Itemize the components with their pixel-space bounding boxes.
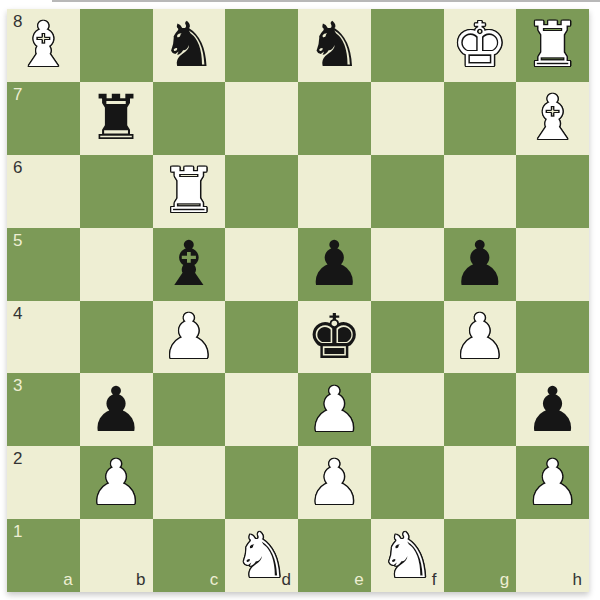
square-a5[interactable]: 5 xyxy=(7,228,80,301)
piece-white-bishop[interactable]: ♝ xyxy=(16,14,72,76)
piece-black-king[interactable]: ♚ xyxy=(307,306,363,368)
square-e1[interactable]: e xyxy=(298,519,371,592)
piece-white-king[interactable]: ♚ xyxy=(452,14,508,76)
square-a6[interactable]: 6 xyxy=(7,155,80,228)
square-h2[interactable]: ♟ xyxy=(516,446,589,519)
square-c1[interactable]: c xyxy=(153,519,226,592)
square-c6[interactable]: ♜ xyxy=(153,155,226,228)
piece-white-pawn[interactable]: ♟ xyxy=(88,452,144,514)
square-e3[interactable]: ♟ xyxy=(298,373,371,446)
rank-label-5: 5 xyxy=(13,232,22,249)
square-d4[interactable] xyxy=(225,301,298,374)
square-d1[interactable]: d♞ xyxy=(225,519,298,592)
square-c8[interactable]: ♞ xyxy=(153,9,226,82)
square-g2[interactable] xyxy=(444,446,517,519)
file-label-e: e xyxy=(354,571,363,588)
piece-black-knight[interactable]: ♞ xyxy=(307,14,363,76)
piece-white-rook[interactable]: ♜ xyxy=(161,160,217,222)
square-e2[interactable]: ♟ xyxy=(298,446,371,519)
square-h6[interactable] xyxy=(516,155,589,228)
square-h5[interactable] xyxy=(516,228,589,301)
piece-black-knight[interactable]: ♞ xyxy=(161,14,217,76)
square-f5[interactable] xyxy=(371,228,444,301)
square-a2[interactable]: 2 xyxy=(7,446,80,519)
piece-white-bishop[interactable]: ♝ xyxy=(525,87,581,149)
square-f7[interactable] xyxy=(371,82,444,155)
rank-label-3: 3 xyxy=(13,377,22,394)
piece-white-knight[interactable]: ♞ xyxy=(234,525,290,587)
piece-white-pawn[interactable]: ♟ xyxy=(307,379,363,441)
square-g3[interactable] xyxy=(444,373,517,446)
square-d8[interactable] xyxy=(225,9,298,82)
square-f8[interactable] xyxy=(371,9,444,82)
file-label-h: h xyxy=(573,571,582,588)
rank-label-2: 2 xyxy=(13,450,22,467)
piece-white-pawn[interactable]: ♟ xyxy=(161,306,217,368)
square-a8[interactable]: 8♝ xyxy=(7,9,80,82)
chess-board: 8♝♞♞♚♜7♜♝6♜5♝♟♟4♟♚♟3♟♟♟2♟♟♟1abcd♞ef♞gh xyxy=(7,9,589,592)
rank-label-7: 7 xyxy=(13,86,22,103)
piece-white-pawn[interactable]: ♟ xyxy=(452,306,508,368)
square-b1[interactable]: b xyxy=(80,519,153,592)
piece-black-bishop[interactable]: ♝ xyxy=(161,233,217,295)
square-a3[interactable]: 3 xyxy=(7,373,80,446)
square-h4[interactable] xyxy=(516,301,589,374)
square-a4[interactable]: 4 xyxy=(7,301,80,374)
square-d7[interactable] xyxy=(225,82,298,155)
square-b2[interactable]: ♟ xyxy=(80,446,153,519)
square-c7[interactable] xyxy=(153,82,226,155)
square-d2[interactable] xyxy=(225,446,298,519)
file-label-b: b xyxy=(136,571,145,588)
square-d3[interactable] xyxy=(225,373,298,446)
rank-label-6: 6 xyxy=(13,159,22,176)
file-label-c: c xyxy=(210,571,219,588)
square-e8[interactable]: ♞ xyxy=(298,9,371,82)
piece-white-pawn[interactable]: ♟ xyxy=(307,452,363,514)
square-c5[interactable]: ♝ xyxy=(153,228,226,301)
square-g7[interactable] xyxy=(444,82,517,155)
top-divider xyxy=(52,0,600,2)
square-h1[interactable]: h xyxy=(516,519,589,592)
square-c4[interactable]: ♟ xyxy=(153,301,226,374)
file-label-a: a xyxy=(63,571,72,588)
square-e4[interactable]: ♚ xyxy=(298,301,371,374)
square-b8[interactable] xyxy=(80,9,153,82)
square-b5[interactable] xyxy=(80,228,153,301)
square-f6[interactable] xyxy=(371,155,444,228)
square-d6[interactable] xyxy=(225,155,298,228)
square-d5[interactable] xyxy=(225,228,298,301)
square-b7[interactable]: ♜ xyxy=(80,82,153,155)
square-a7[interactable]: 7 xyxy=(7,82,80,155)
square-g1[interactable]: g xyxy=(444,519,517,592)
square-c2[interactable] xyxy=(153,446,226,519)
page: 8♝♞♞♚♜7♜♝6♜5♝♟♟4♟♚♟3♟♟♟2♟♟♟1abcd♞ef♞gh xyxy=(0,0,600,600)
rank-label-4: 4 xyxy=(13,305,22,322)
square-b6[interactable] xyxy=(80,155,153,228)
piece-black-rook[interactable]: ♜ xyxy=(88,87,144,149)
piece-black-pawn[interactable]: ♟ xyxy=(452,233,508,295)
piece-white-knight[interactable]: ♞ xyxy=(379,525,435,587)
square-e7[interactable] xyxy=(298,82,371,155)
square-e5[interactable]: ♟ xyxy=(298,228,371,301)
square-f3[interactable] xyxy=(371,373,444,446)
square-a1[interactable]: 1a xyxy=(7,519,80,592)
piece-white-pawn[interactable]: ♟ xyxy=(525,452,581,514)
square-e6[interactable] xyxy=(298,155,371,228)
piece-black-pawn[interactable]: ♟ xyxy=(525,379,581,441)
file-label-g: g xyxy=(500,571,509,588)
piece-white-rook[interactable]: ♜ xyxy=(525,14,581,76)
square-f2[interactable] xyxy=(371,446,444,519)
square-f4[interactable] xyxy=(371,301,444,374)
rank-label-1: 1 xyxy=(13,523,22,540)
square-g4[interactable]: ♟ xyxy=(444,301,517,374)
square-g5[interactable]: ♟ xyxy=(444,228,517,301)
square-h7[interactable]: ♝ xyxy=(516,82,589,155)
square-f1[interactable]: f♞ xyxy=(371,519,444,592)
square-g8[interactable]: ♚ xyxy=(444,9,517,82)
square-b4[interactable] xyxy=(80,301,153,374)
square-h3[interactable]: ♟ xyxy=(516,373,589,446)
square-g6[interactable] xyxy=(444,155,517,228)
piece-black-pawn[interactable]: ♟ xyxy=(88,379,144,441)
piece-black-pawn[interactable]: ♟ xyxy=(307,233,363,295)
square-h8[interactable]: ♜ xyxy=(516,9,589,82)
square-b3[interactable]: ♟ xyxy=(80,373,153,446)
square-c3[interactable] xyxy=(153,373,226,446)
